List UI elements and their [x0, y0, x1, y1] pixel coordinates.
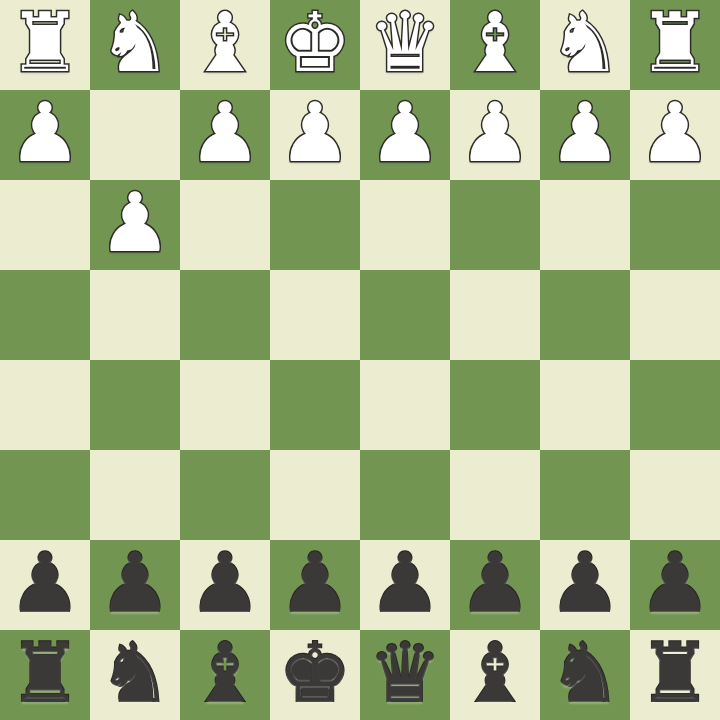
square-f4[interactable]	[180, 270, 270, 360]
square-g7[interactable]: ♟	[90, 540, 180, 630]
piece-white-pawn-h2[interactable]: ♟	[8, 88, 82, 178]
piece-white-pawn-c2[interactable]: ♟	[458, 88, 532, 178]
piece-black-queen-d8[interactable]: ♛	[368, 628, 442, 718]
square-f1[interactable]: ♝	[180, 0, 270, 90]
piece-white-bishop-c1[interactable]: ♝	[458, 0, 532, 88]
square-b2[interactable]: ♟	[540, 90, 630, 180]
piece-black-king-e8[interactable]: ♚	[278, 628, 352, 718]
square-a5[interactable]	[630, 360, 720, 450]
piece-black-rook-h8[interactable]: ♜	[8, 628, 82, 718]
piece-black-knight-g8[interactable]: ♞	[98, 628, 172, 718]
piece-black-pawn-g7[interactable]: ♟	[98, 538, 172, 628]
square-b5[interactable]	[540, 360, 630, 450]
square-b1[interactable]: ♞	[540, 0, 630, 90]
square-f8[interactable]: ♝	[180, 630, 270, 720]
piece-white-pawn-f2[interactable]: ♟	[188, 88, 262, 178]
piece-white-pawn-d2[interactable]: ♟	[368, 88, 442, 178]
square-b7[interactable]: ♟	[540, 540, 630, 630]
piece-white-pawn-g3[interactable]: ♟	[98, 178, 172, 268]
piece-white-king-e1[interactable]: ♚	[278, 0, 352, 88]
square-d5[interactable]	[360, 360, 450, 450]
square-b6[interactable]	[540, 450, 630, 540]
square-d2[interactable]: ♟	[360, 90, 450, 180]
piece-black-pawn-a7[interactable]: ♟	[638, 538, 712, 628]
square-d1[interactable]: ♛	[360, 0, 450, 90]
square-c2[interactable]: ♟	[450, 90, 540, 180]
square-d3[interactable]	[360, 180, 450, 270]
square-a4[interactable]	[630, 270, 720, 360]
piece-black-knight-b8[interactable]: ♞	[548, 628, 622, 718]
square-c6[interactable]	[450, 450, 540, 540]
square-b3[interactable]	[540, 180, 630, 270]
square-b8[interactable]: ♞	[540, 630, 630, 720]
piece-black-bishop-c8[interactable]: ♝	[458, 628, 532, 718]
square-h1[interactable]: ♜	[0, 0, 90, 90]
square-h2[interactable]: ♟	[0, 90, 90, 180]
square-d8[interactable]: ♛	[360, 630, 450, 720]
piece-white-bishop-f1[interactable]: ♝	[188, 0, 262, 88]
square-a7[interactable]: ♟	[630, 540, 720, 630]
square-h6[interactable]	[0, 450, 90, 540]
square-g5[interactable]	[90, 360, 180, 450]
square-g6[interactable]	[90, 450, 180, 540]
square-e2[interactable]: ♟	[270, 90, 360, 180]
square-g4[interactable]	[90, 270, 180, 360]
piece-white-rook-a1[interactable]: ♜	[638, 0, 712, 88]
square-h8[interactable]: ♜	[0, 630, 90, 720]
square-a2[interactable]: ♟	[630, 90, 720, 180]
square-h3[interactable]	[0, 180, 90, 270]
piece-white-knight-b1[interactable]: ♞	[548, 0, 622, 88]
piece-white-rook-h1[interactable]: ♜	[8, 0, 82, 88]
square-e7[interactable]: ♟	[270, 540, 360, 630]
square-a8[interactable]: ♜	[630, 630, 720, 720]
piece-black-pawn-b7[interactable]: ♟	[548, 538, 622, 628]
piece-black-pawn-h7[interactable]: ♟	[8, 538, 82, 628]
piece-white-queen-d1[interactable]: ♛	[368, 0, 442, 88]
square-c7[interactable]: ♟	[450, 540, 540, 630]
square-e4[interactable]	[270, 270, 360, 360]
square-c4[interactable]	[450, 270, 540, 360]
piece-white-pawn-e2[interactable]: ♟	[278, 88, 352, 178]
square-g2[interactable]	[90, 90, 180, 180]
square-f2[interactable]: ♟	[180, 90, 270, 180]
piece-black-pawn-e7[interactable]: ♟	[278, 538, 352, 628]
piece-white-pawn-a2[interactable]: ♟	[638, 88, 712, 178]
chess-board: ♜♞♝♚♛♝♞♜♟♟♟♟♟♟♟♟♟♟♟♟♟♟♟♟♜♞♝♚♛♝♞♜	[0, 0, 720, 720]
square-f6[interactable]	[180, 450, 270, 540]
square-h7[interactable]: ♟	[0, 540, 90, 630]
square-a3[interactable]	[630, 180, 720, 270]
piece-black-bishop-f8[interactable]: ♝	[188, 628, 262, 718]
square-f5[interactable]	[180, 360, 270, 450]
piece-black-pawn-c7[interactable]: ♟	[458, 538, 532, 628]
square-g1[interactable]: ♞	[90, 0, 180, 90]
square-f3[interactable]	[180, 180, 270, 270]
square-a6[interactable]	[630, 450, 720, 540]
square-c5[interactable]	[450, 360, 540, 450]
square-h4[interactable]	[0, 270, 90, 360]
square-e8[interactable]: ♚	[270, 630, 360, 720]
square-c3[interactable]	[450, 180, 540, 270]
square-c8[interactable]: ♝	[450, 630, 540, 720]
square-e1[interactable]: ♚	[270, 0, 360, 90]
square-c1[interactable]: ♝	[450, 0, 540, 90]
piece-black-pawn-f7[interactable]: ♟	[188, 538, 262, 628]
square-h5[interactable]	[0, 360, 90, 450]
square-g8[interactable]: ♞	[90, 630, 180, 720]
piece-white-pawn-b2[interactable]: ♟	[548, 88, 622, 178]
square-e5[interactable]	[270, 360, 360, 450]
piece-black-rook-a8[interactable]: ♜	[638, 628, 712, 718]
square-b4[interactable]	[540, 270, 630, 360]
square-f7[interactable]: ♟	[180, 540, 270, 630]
square-d6[interactable]	[360, 450, 450, 540]
square-e6[interactable]	[270, 450, 360, 540]
square-e3[interactable]	[270, 180, 360, 270]
square-d4[interactable]	[360, 270, 450, 360]
square-a1[interactable]: ♜	[630, 0, 720, 90]
piece-black-pawn-d7[interactable]: ♟	[368, 538, 442, 628]
piece-white-knight-g1[interactable]: ♞	[98, 0, 172, 88]
square-d7[interactable]: ♟	[360, 540, 450, 630]
square-g3[interactable]: ♟	[90, 180, 180, 270]
